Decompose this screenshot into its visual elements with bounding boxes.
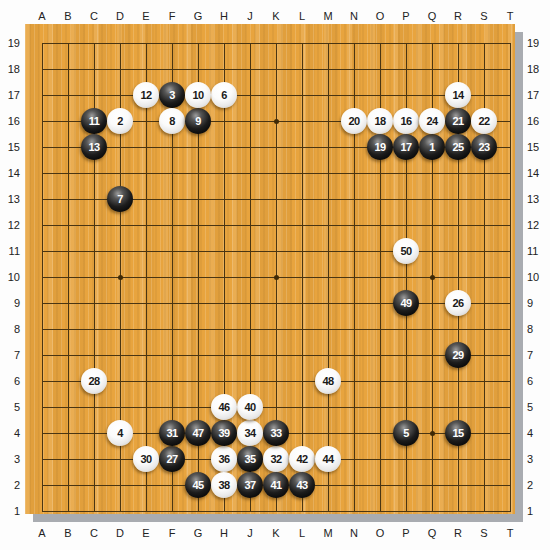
column-label: T (497, 8, 523, 24)
white-stone-26-R9: 26 (445, 290, 471, 316)
column-label: M (315, 8, 341, 24)
column-label: F (159, 524, 185, 542)
column-label: C (81, 524, 107, 542)
black-stone-39-H4: 39 (211, 420, 237, 446)
column-label: J (237, 524, 263, 542)
black-stone-35-J3: 35 (237, 446, 263, 472)
white-stone-36-H3: 36 (211, 446, 237, 472)
black-stone-1-Q15: 1 (419, 134, 445, 160)
column-label: K (263, 524, 289, 542)
row-labels-left: 19181716151413121110987654321 (0, 30, 20, 524)
column-label: P (393, 524, 419, 542)
row-label: 7 (0, 342, 20, 368)
black-stone-49-P9: 49 (393, 290, 419, 316)
column-label: H (211, 8, 237, 24)
white-stone-42-L3: 42 (289, 446, 315, 472)
column-label: R (445, 8, 471, 24)
black-stone-45-G2: 45 (185, 472, 211, 498)
row-label: 9 (527, 290, 547, 316)
intersections-grid: 1234567891011121314151617181920212223242… (29, 30, 523, 524)
row-label: 8 (0, 316, 20, 342)
row-label: 10 (0, 264, 20, 290)
column-label: E (133, 8, 159, 24)
black-stone-13-C15: 13 (81, 134, 107, 160)
column-label: S (471, 8, 497, 24)
column-label: P (393, 8, 419, 24)
row-label: 4 (0, 420, 20, 446)
white-stone-16-P16: 16 (393, 108, 419, 134)
white-stone-12-E17: 12 (133, 82, 159, 108)
row-label: 7 (527, 342, 547, 368)
row-label: 2 (0, 472, 20, 498)
white-stone-50-P11: 50 (393, 238, 419, 264)
column-label: S (471, 524, 497, 542)
column-label: H (211, 524, 237, 542)
black-stone-23-S15: 23 (471, 134, 497, 160)
column-label: O (367, 524, 393, 542)
go-game-diagram: ABCDEFGHJKLMNOPQRST ABCDEFGHJKLMNOPQRST … (0, 0, 550, 550)
column-label: R (445, 524, 471, 542)
row-label: 9 (0, 290, 20, 316)
white-stone-38-H2: 38 (211, 472, 237, 498)
row-label: 5 (0, 394, 20, 420)
column-label: O (367, 8, 393, 24)
row-label: 2 (527, 472, 547, 498)
white-stone-22-S16: 22 (471, 108, 497, 134)
white-stone-10-G17: 10 (185, 82, 211, 108)
row-labels-right: 19181716151413121110987654321 (523, 30, 547, 524)
column-label: N (341, 524, 367, 542)
black-stone-9-G16: 9 (185, 108, 211, 134)
column-label: D (107, 8, 133, 24)
row-label: 11 (527, 238, 547, 264)
black-stone-21-R16: 21 (445, 108, 471, 134)
white-stone-30-E3: 30 (133, 446, 159, 472)
column-label: A (29, 8, 55, 24)
row-label: 14 (0, 160, 20, 186)
row-label: 15 (0, 134, 20, 160)
white-stone-24-Q16: 24 (419, 108, 445, 134)
row-label: 1 (527, 498, 547, 524)
row-label: 8 (527, 316, 547, 342)
white-stone-20-N16: 20 (341, 108, 367, 134)
row-label: 13 (527, 186, 547, 212)
white-stone-14-R17: 14 (445, 82, 471, 108)
row-label: 19 (0, 30, 20, 56)
black-stone-47-G4: 47 (185, 420, 211, 446)
column-labels-bottom: ABCDEFGHJKLMNOPQRST (29, 524, 523, 542)
black-stone-33-K4: 33 (263, 420, 289, 446)
column-label: M (315, 524, 341, 542)
row-label: 13 (0, 186, 20, 212)
black-stone-3-F17: 3 (159, 82, 185, 108)
row-label: 3 (0, 446, 20, 472)
black-stone-7-D13: 7 (107, 186, 133, 212)
white-stone-28-C6: 28 (81, 368, 107, 394)
white-stone-46-H5: 46 (211, 394, 237, 420)
row-label: 6 (0, 368, 20, 394)
row-label: 19 (527, 30, 547, 56)
row-label: 4 (527, 420, 547, 446)
black-stone-31-F4: 31 (159, 420, 185, 446)
go-board: 1234567891011121314151617181920212223242… (25, 24, 515, 514)
row-label: 16 (527, 108, 547, 134)
row-label: 12 (0, 212, 20, 238)
black-stone-11-C16: 11 (81, 108, 107, 134)
row-label: 18 (0, 56, 20, 82)
row-label: 17 (527, 82, 547, 108)
row-label: 3 (527, 446, 547, 472)
column-label: E (133, 524, 159, 542)
column-label: G (185, 524, 211, 542)
column-label: C (81, 8, 107, 24)
black-stone-5-P4: 5 (393, 420, 419, 446)
star-point (430, 275, 435, 280)
white-stone-2-D16: 2 (107, 108, 133, 134)
column-label: D (107, 524, 133, 542)
star-point (118, 275, 123, 280)
white-stone-40-J5: 40 (237, 394, 263, 420)
column-label: B (55, 8, 81, 24)
column-label: T (497, 524, 523, 542)
star-point (274, 275, 279, 280)
row-label: 16 (0, 108, 20, 134)
column-label: Q (419, 8, 445, 24)
white-stone-48-M6: 48 (315, 368, 341, 394)
row-label: 18 (527, 56, 547, 82)
white-stone-44-M3: 44 (315, 446, 341, 472)
column-label: L (289, 8, 315, 24)
row-label: 5 (527, 394, 547, 420)
black-stone-37-J2: 37 (237, 472, 263, 498)
black-stone-43-L2: 43 (289, 472, 315, 498)
column-label: Q (419, 524, 445, 542)
column-label: F (159, 8, 185, 24)
row-label: 14 (527, 160, 547, 186)
row-label: 10 (527, 264, 547, 290)
row-label: 15 (527, 134, 547, 160)
black-stone-15-R4: 15 (445, 420, 471, 446)
black-stone-29-R7: 29 (445, 342, 471, 368)
column-label: K (263, 8, 289, 24)
black-stone-25-R15: 25 (445, 134, 471, 160)
column-label: L (289, 524, 315, 542)
white-stone-4-D4: 4 (107, 420, 133, 446)
black-stone-41-K2: 41 (263, 472, 289, 498)
column-label: G (185, 8, 211, 24)
black-stone-19-O15: 19 (367, 134, 393, 160)
white-stone-34-J4: 34 (237, 420, 263, 446)
white-stone-8-F16: 8 (159, 108, 185, 134)
column-label: N (341, 8, 367, 24)
star-point (274, 119, 279, 124)
column-labels-top: ABCDEFGHJKLMNOPQRST (29, 8, 523, 24)
white-stone-6-H17: 6 (211, 82, 237, 108)
row-label: 6 (527, 368, 547, 394)
column-label: J (237, 8, 263, 24)
row-label: 17 (0, 82, 20, 108)
column-label: B (55, 524, 81, 542)
column-label: A (29, 524, 55, 542)
row-label: 12 (527, 212, 547, 238)
white-stone-18-O16: 18 (367, 108, 393, 134)
star-point (430, 431, 435, 436)
row-label: 11 (0, 238, 20, 264)
row-label: 1 (0, 498, 20, 524)
white-stone-32-K3: 32 (263, 446, 289, 472)
black-stone-17-P15: 17 (393, 134, 419, 160)
black-stone-27-F3: 27 (159, 446, 185, 472)
